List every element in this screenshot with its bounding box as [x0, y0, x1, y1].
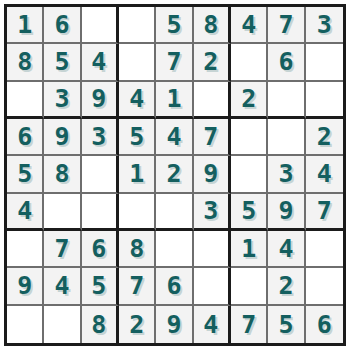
- cell-r1c8-given[interactable]: 7: [268, 7, 305, 44]
- cell-r9c4-given[interactable]: 2: [119, 306, 156, 343]
- cell-r2c4-empty[interactable]: [119, 44, 156, 81]
- cell-r1c2-given[interactable]: 6: [44, 7, 81, 44]
- cell-r9c8-given[interactable]: 5: [268, 306, 305, 343]
- cell-r6c1-given[interactable]: 4: [7, 194, 44, 231]
- cell-r3c5-given[interactable]: 1: [156, 82, 193, 119]
- cell-r6c9-given[interactable]: 7: [306, 194, 343, 231]
- cell-r7c2-given[interactable]: 7: [44, 231, 81, 268]
- cell-r1c3-empty[interactable]: [82, 7, 119, 44]
- cell-r4c8-empty[interactable]: [268, 119, 305, 156]
- cell-r9c6-given[interactable]: 4: [194, 306, 231, 343]
- cell-r9c5-given[interactable]: 9: [156, 306, 193, 343]
- cell-r3c4-given[interactable]: 4: [119, 82, 156, 119]
- cell-r6c5-empty[interactable]: [156, 194, 193, 231]
- cell-r1c5-given[interactable]: 5: [156, 7, 193, 44]
- cell-r2c6-given[interactable]: 2: [194, 44, 231, 81]
- cell-r3c2-given[interactable]: 3: [44, 82, 81, 119]
- cell-r2c9-empty[interactable]: [306, 44, 343, 81]
- cell-r7c5-empty[interactable]: [156, 231, 193, 268]
- cell-r9c2-empty[interactable]: [44, 306, 81, 343]
- cell-r1c1-given[interactable]: 1: [7, 7, 44, 44]
- cell-r5c7-empty[interactable]: [231, 156, 268, 193]
- cell-r5c2-given[interactable]: 8: [44, 156, 81, 193]
- cell-r1c9-given[interactable]: 3: [306, 7, 343, 44]
- cell-r8c1-given[interactable]: 9: [7, 268, 44, 305]
- cell-r7c4-given[interactable]: 8: [119, 231, 156, 268]
- cell-r2c1-given[interactable]: 8: [7, 44, 44, 81]
- cell-r6c2-empty[interactable]: [44, 194, 81, 231]
- cell-r2c5-given[interactable]: 7: [156, 44, 193, 81]
- cell-r6c8-given[interactable]: 9: [268, 194, 305, 231]
- cell-r4c1-given[interactable]: 6: [7, 119, 44, 156]
- cell-r9c3-given[interactable]: 8: [82, 306, 119, 343]
- cell-r4c9-given[interactable]: 2: [306, 119, 343, 156]
- cell-r3c1-empty[interactable]: [7, 82, 44, 119]
- cell-r9c9-given[interactable]: 6: [306, 306, 343, 343]
- cell-r5c4-given[interactable]: 1: [119, 156, 156, 193]
- cell-r4c4-given[interactable]: 5: [119, 119, 156, 156]
- cell-r8c5-given[interactable]: 6: [156, 268, 193, 305]
- cell-r4c5-given[interactable]: 4: [156, 119, 193, 156]
- cell-r7c3-given[interactable]: 6: [82, 231, 119, 268]
- cell-r8c4-given[interactable]: 7: [119, 268, 156, 305]
- cell-r5c1-given[interactable]: 5: [7, 156, 44, 193]
- cell-r1c6-given[interactable]: 8: [194, 7, 231, 44]
- cell-r5c3-empty[interactable]: [82, 156, 119, 193]
- cell-r8c9-empty[interactable]: [306, 268, 343, 305]
- cell-r5c8-given[interactable]: 3: [268, 156, 305, 193]
- cell-r3c9-empty[interactable]: [306, 82, 343, 119]
- cell-r2c7-empty[interactable]: [231, 44, 268, 81]
- cell-r6c4-empty[interactable]: [119, 194, 156, 231]
- cell-r4c3-given[interactable]: 3: [82, 119, 119, 156]
- cell-r2c2-given[interactable]: 5: [44, 44, 81, 81]
- cell-r6c7-given[interactable]: 5: [231, 194, 268, 231]
- cell-r7c1-empty[interactable]: [7, 231, 44, 268]
- cell-r2c8-given[interactable]: 6: [268, 44, 305, 81]
- cell-r8c6-empty[interactable]: [194, 268, 231, 305]
- cell-r8c3-given[interactable]: 5: [82, 268, 119, 305]
- cell-r4c6-given[interactable]: 7: [194, 119, 231, 156]
- cell-r8c2-given[interactable]: 4: [44, 268, 81, 305]
- cell-r5c9-given[interactable]: 4: [306, 156, 343, 193]
- cell-r6c6-given[interactable]: 3: [194, 194, 231, 231]
- cell-r8c8-given[interactable]: 2: [268, 268, 305, 305]
- cell-r9c7-given[interactable]: 7: [231, 306, 268, 343]
- sudoku-page: 1658473854726394126935472581293443597768…: [0, 0, 350, 350]
- cell-r5c6-given[interactable]: 9: [194, 156, 231, 193]
- cell-r7c9-empty[interactable]: [306, 231, 343, 268]
- cell-r4c7-empty[interactable]: [231, 119, 268, 156]
- cell-r6c3-empty[interactable]: [82, 194, 119, 231]
- cell-r1c7-given[interactable]: 4: [231, 7, 268, 44]
- cell-r3c3-given[interactable]: 9: [82, 82, 119, 119]
- cell-r3c6-empty[interactable]: [194, 82, 231, 119]
- sudoku-board: 1658473854726394126935472581293443597768…: [4, 4, 346, 346]
- cell-r3c8-empty[interactable]: [268, 82, 305, 119]
- cell-r9c1-empty[interactable]: [7, 306, 44, 343]
- cell-r7c6-empty[interactable]: [194, 231, 231, 268]
- cell-r3c7-given[interactable]: 2: [231, 82, 268, 119]
- cell-r1c4-empty[interactable]: [119, 7, 156, 44]
- cell-r7c8-given[interactable]: 4: [268, 231, 305, 268]
- cell-r7c7-given[interactable]: 1: [231, 231, 268, 268]
- cell-r4c2-given[interactable]: 9: [44, 119, 81, 156]
- cell-r8c7-empty[interactable]: [231, 268, 268, 305]
- cell-r2c3-given[interactable]: 4: [82, 44, 119, 81]
- cell-r5c5-given[interactable]: 2: [156, 156, 193, 193]
